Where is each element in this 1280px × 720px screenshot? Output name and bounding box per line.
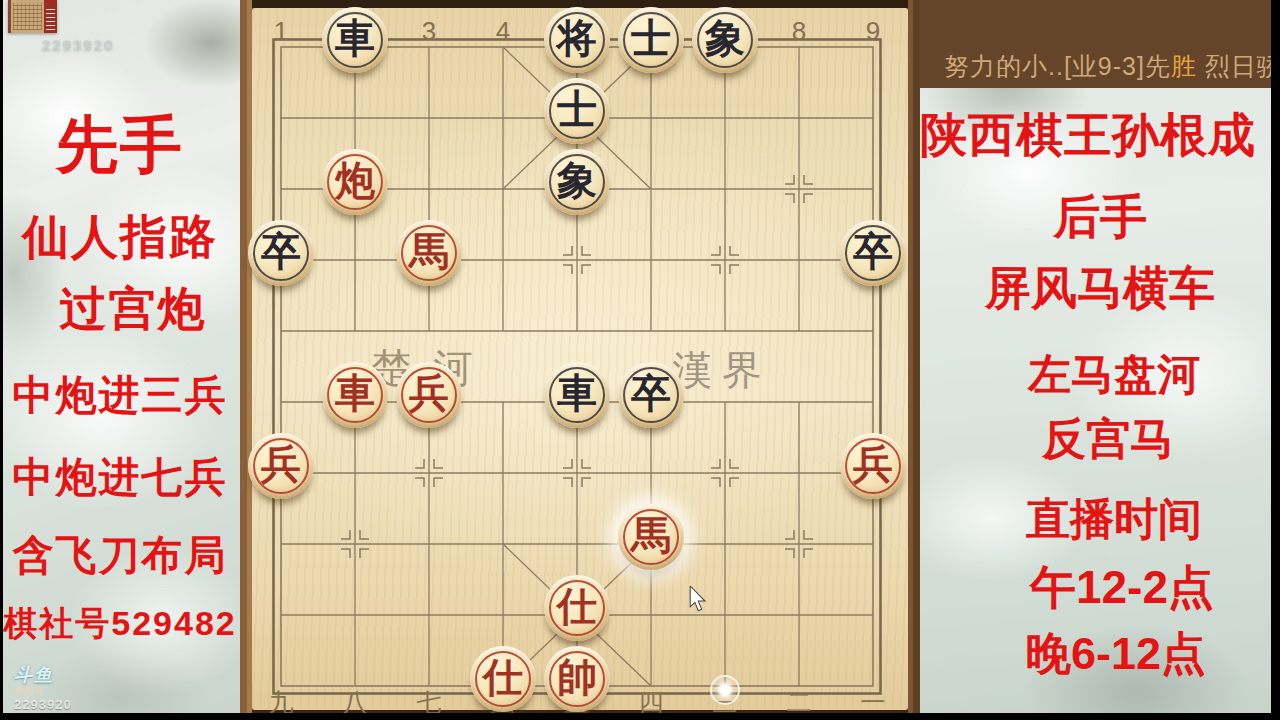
piece-black-車[interactable]: 車: [322, 7, 388, 73]
piece-glyph: 卒: [840, 220, 906, 286]
move-origin-marker: [703, 668, 747, 712]
room-id-watermark: 2293920: [42, 37, 114, 54]
board-grid: 楚河漢界1九2八3七4六5五6四7三8二9一: [0, 0, 1280, 720]
douyu-watermark: 斗鱼 房间号 2293920: [14, 666, 72, 711]
piece-black-士[interactable]: 士: [618, 7, 684, 73]
piece-glyph: 士: [544, 78, 610, 144]
piece-black-卒[interactable]: 卒: [248, 220, 314, 286]
file-label-top: 4: [496, 16, 510, 46]
file-label-top: 3: [422, 16, 436, 46]
piece-glyph: 士: [618, 7, 684, 73]
piece-black-象[interactable]: 象: [692, 7, 758, 73]
room-number-value: 2293920: [14, 698, 72, 711]
river-label-right: 漢界: [672, 347, 772, 393]
piece-glyph: 象: [544, 149, 610, 215]
piece-glyph: 卒: [248, 220, 314, 286]
thumbnail-caption-strip: [46, 6, 55, 30]
piece-glyph: 兵: [840, 433, 906, 499]
piece-black-卒[interactable]: 卒: [618, 362, 684, 428]
piece-glyph: 卒: [618, 362, 684, 428]
letterbox-left: [0, 0, 3, 720]
piece-glyph: 兵: [248, 433, 314, 499]
piece-glyph: 仕: [544, 575, 610, 641]
picture-in-picture-thumbnail: [8, 0, 57, 33]
piece-black-象[interactable]: 象: [544, 149, 610, 215]
piece-red-馬[interactable]: 馬: [396, 220, 462, 286]
piece-red-兵[interactable]: 兵: [396, 362, 462, 428]
piece-black-士[interactable]: 士: [544, 78, 610, 144]
piece-glyph: 車: [322, 362, 388, 428]
piece-red-仕[interactable]: 仕: [470, 646, 536, 712]
piece-glyph: 帥: [544, 646, 610, 712]
piece-black-車[interactable]: 車: [544, 362, 610, 428]
piece-red-仕[interactable]: 仕: [544, 575, 610, 641]
piece-red-馬[interactable]: 馬: [618, 504, 684, 570]
file-label-top: 1: [274, 16, 288, 46]
piece-red-炮[interactable]: 炮: [322, 149, 388, 215]
piece-glyph: 車: [322, 7, 388, 73]
piece-glyph: 仕: [470, 646, 536, 712]
piece-red-帥[interactable]: 帥: [544, 646, 610, 712]
piece-glyph: 将: [544, 7, 610, 73]
piece-red-兵[interactable]: 兵: [840, 433, 906, 499]
room-number-label: 房间号: [14, 687, 72, 696]
stream-frame: 先手 仙人指路 过宫炮 中炮进三兵 中炮进七兵 含飞刀布局 棋社号529482 …: [0, 0, 1280, 720]
mouse-cursor: [687, 586, 709, 612]
file-label-top: 9: [866, 16, 880, 46]
piece-red-車[interactable]: 車: [322, 362, 388, 428]
piece-black-将[interactable]: 将: [544, 7, 610, 73]
thumbnail-board: [13, 3, 42, 30]
file-label-top: 8: [792, 16, 806, 46]
letterbox-right: [1271, 0, 1280, 720]
piece-glyph: 馬: [396, 220, 462, 286]
piece-red-兵[interactable]: 兵: [248, 433, 314, 499]
letterbox-bottom: [0, 713, 1280, 720]
piece-black-卒[interactable]: 卒: [840, 220, 906, 286]
move-origin-ring: [710, 675, 740, 705]
piece-glyph: 兵: [396, 362, 462, 428]
piece-glyph: 馬: [618, 504, 684, 570]
piece-glyph: 炮: [322, 149, 388, 215]
piece-glyph: 車: [544, 362, 610, 428]
piece-glyph: 象: [692, 7, 758, 73]
douyu-logo: 斗鱼: [14, 666, 72, 684]
